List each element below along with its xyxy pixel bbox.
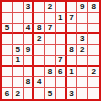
cell-r1c9[interactable]: 8 [88,2,99,13]
cell-r6c8[interactable] [77,56,88,67]
cell-r3c9[interactable] [88,24,99,35]
given-digit: 5 [5,24,9,32]
cell-r8c1[interactable] [2,77,13,88]
given-digit: 8 [26,78,30,86]
cell-r9c5[interactable]: 5 [45,88,56,99]
cell-r5c5[interactable] [45,45,56,56]
given-digit: 9 [80,3,84,11]
cell-r4c3[interactable] [24,34,35,45]
cell-r7c9[interactable]: 2 [88,67,99,78]
given-digit: 1 [58,14,62,22]
cell-r1c3[interactable]: 3 [24,2,35,13]
cell-r2c7[interactable]: 7 [67,13,78,24]
given-digit: 2 [48,3,52,11]
given-digit: 3 [80,35,84,43]
cell-r8c7[interactable] [67,77,78,88]
cell-r2c4[interactable] [34,13,45,24]
given-digit: 8 [69,46,73,54]
cell-r3c6[interactable] [56,24,67,35]
given-digit: 9 [26,46,30,54]
cell-r7c4[interactable] [34,67,45,78]
cell-r3c1[interactable]: 5 [2,24,13,35]
given-digit: 2 [37,35,41,43]
cell-r1c4[interactable] [34,2,45,13]
given-digit: 2 [15,90,19,98]
cell-r8c4[interactable]: 4 [34,77,45,88]
cell-r4c2[interactable] [13,34,24,45]
given-digit: 7 [48,24,52,32]
cell-r9c4[interactable] [34,88,45,99]
cell-r1c2[interactable] [13,2,24,13]
cell-r1c8[interactable]: 9 [77,2,88,13]
given-digit: 1 [15,56,19,64]
cell-r5c2[interactable]: 5 [13,45,24,56]
cell-r9c3[interactable] [24,88,35,99]
cell-r6c3[interactable] [24,56,35,67]
cell-r5c4[interactable] [34,45,45,56]
cell-r2c9[interactable] [88,13,99,24]
cell-r7c2[interactable] [13,67,24,78]
cell-r6c2[interactable]: 1 [13,56,24,67]
cell-r5c3[interactable]: 9 [24,45,35,56]
given-digit: 2 [80,46,84,54]
cell-r6c5[interactable] [45,56,56,67]
given-digit: 5 [48,90,52,98]
sudoku-board: 3298175487235982178612846253 [0,0,101,101]
given-digit: 1 [69,68,73,76]
given-digit: 5 [15,46,19,54]
cell-r9c6[interactable] [56,88,67,99]
cell-r7c5[interactable]: 8 [45,67,56,78]
cell-r6c1[interactable] [2,56,13,67]
given-digit: 3 [26,3,30,11]
cell-r9c8[interactable] [77,88,88,99]
cell-r9c1[interactable]: 6 [2,88,13,99]
given-digit: 8 [37,24,41,32]
cell-r5c7[interactable]: 8 [67,45,78,56]
cell-r4c4[interactable]: 2 [34,34,45,45]
cell-r3c3[interactable]: 4 [24,24,35,35]
cell-r2c1[interactable] [2,13,13,24]
cell-r4c9[interactable] [88,34,99,45]
cell-r7c3[interactable] [24,67,35,78]
cell-r2c5[interactable] [45,13,56,24]
cell-r1c6[interactable] [56,2,67,13]
given-digit: 6 [58,68,62,76]
cell-r8c8[interactable] [77,77,88,88]
cell-r9c2[interactable]: 2 [13,88,24,99]
cell-r3c4[interactable]: 8 [34,24,45,35]
cell-r8c5[interactable] [45,77,56,88]
cell-r8c6[interactable] [56,77,67,88]
cell-r1c7[interactable] [67,2,78,13]
given-digit: 8 [48,68,52,76]
given-digit: 7 [69,14,73,22]
cell-r8c3[interactable]: 8 [24,77,35,88]
cell-r3c7[interactable] [67,24,78,35]
given-digit: 6 [5,90,9,98]
cell-r6c4[interactable] [34,56,45,67]
cell-r8c9[interactable] [88,77,99,88]
cell-r2c2[interactable] [13,13,24,24]
cell-r7c8[interactable] [77,67,88,78]
cell-r2c3[interactable] [24,13,35,24]
cell-r3c2[interactable] [13,24,24,35]
cell-r4c7[interactable] [67,34,78,45]
cell-r3c5[interactable]: 7 [45,24,56,35]
cell-r4c6[interactable] [56,34,67,45]
given-digit: 2 [91,68,95,76]
cell-r4c5[interactable] [45,34,56,45]
cell-r8c2[interactable] [13,77,24,88]
cell-r5c6[interactable] [56,45,67,56]
given-digit: 3 [69,90,73,98]
cell-r6c7[interactable] [67,56,78,67]
cell-r9c7[interactable]: 3 [67,88,78,99]
cell-r5c9[interactable] [88,45,99,56]
cell-r1c5[interactable]: 2 [45,2,56,13]
cell-r9c9[interactable] [88,88,99,99]
cell-r7c7[interactable]: 1 [67,67,78,78]
given-digit: 4 [26,24,30,32]
cell-r2c8[interactable] [77,13,88,24]
cell-r4c1[interactable] [2,34,13,45]
cell-r7c1[interactable] [2,67,13,78]
cell-r3c8[interactable] [77,24,88,35]
given-digit: 7 [58,56,62,64]
cell-r5c1[interactable] [2,45,13,56]
cell-r6c9[interactable] [88,56,99,67]
cell-r6c6[interactable]: 7 [56,56,67,67]
given-digit: 4 [37,78,41,86]
given-digit: 8 [91,3,95,11]
cell-r4c8[interactable]: 3 [77,34,88,45]
cell-r2c6[interactable]: 1 [56,13,67,24]
cell-r7c6[interactable]: 6 [56,67,67,78]
cell-r5c8[interactable]: 2 [77,45,88,56]
cell-r1c1[interactable] [2,2,13,13]
